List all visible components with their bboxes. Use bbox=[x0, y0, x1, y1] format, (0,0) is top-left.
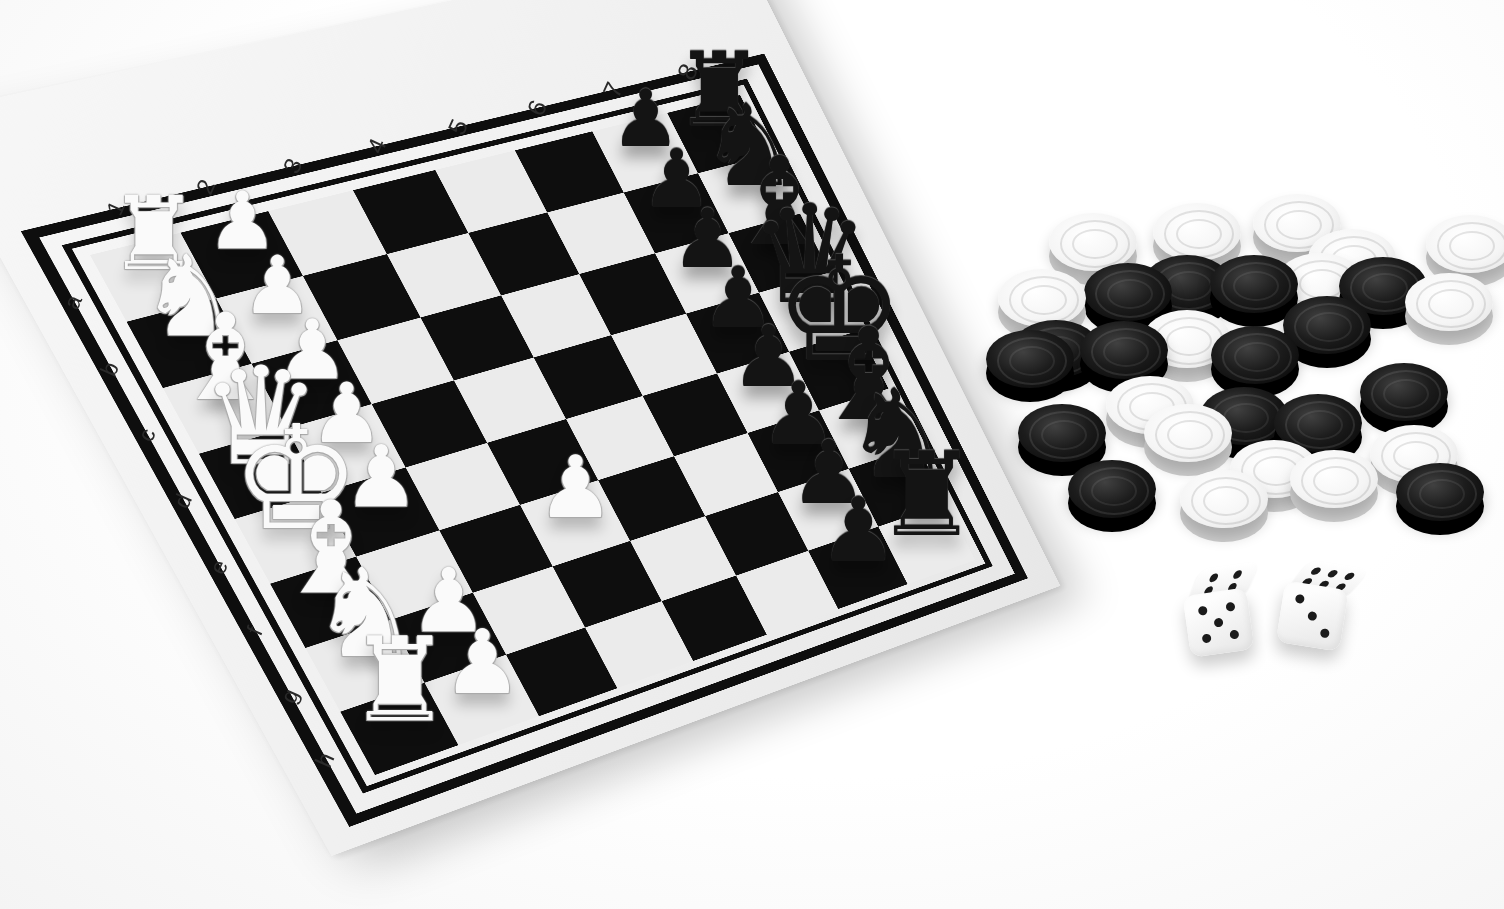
white-checker-piece bbox=[1180, 470, 1268, 544]
product-photo-scene: abcdefgh12345678 ♜♞♝♛♚♝♞♜♟♟♟♟♟♟♟♟♜♞♝♛♚♝♞… bbox=[0, 0, 1504, 909]
die-pip bbox=[1320, 628, 1330, 638]
die-pip bbox=[1294, 594, 1304, 604]
white-checker-piece bbox=[1405, 273, 1493, 347]
die-1-top-4-front-5 bbox=[1179, 560, 1265, 661]
black-checker-piece bbox=[1396, 463, 1484, 537]
die-pip bbox=[1198, 606, 1208, 616]
die-front-face bbox=[1183, 587, 1255, 657]
die-pip bbox=[1208, 573, 1219, 583]
die-pip bbox=[1342, 572, 1356, 580]
white-pawn-f4: ♟ bbox=[524, 444, 627, 530]
die-2-top-6-front-3 bbox=[1275, 555, 1362, 657]
black-pawn-h7: ♟ bbox=[805, 486, 912, 575]
die-pip bbox=[1229, 629, 1239, 639]
die-pip bbox=[1226, 602, 1236, 612]
die-front-face bbox=[1276, 580, 1349, 651]
die-pip bbox=[1201, 633, 1211, 643]
die-pip bbox=[1309, 567, 1323, 575]
die-pip bbox=[1326, 570, 1340, 578]
die-pip bbox=[1213, 618, 1223, 628]
die-pip bbox=[1232, 569, 1243, 579]
white-checker-piece bbox=[1144, 404, 1232, 478]
white-checker-piece bbox=[1290, 450, 1378, 524]
black-checker-piece bbox=[1068, 460, 1156, 534]
die-pip bbox=[1307, 611, 1317, 621]
black-checker-piece bbox=[986, 330, 1074, 404]
white-rook-h1: ♜ bbox=[330, 622, 469, 738]
